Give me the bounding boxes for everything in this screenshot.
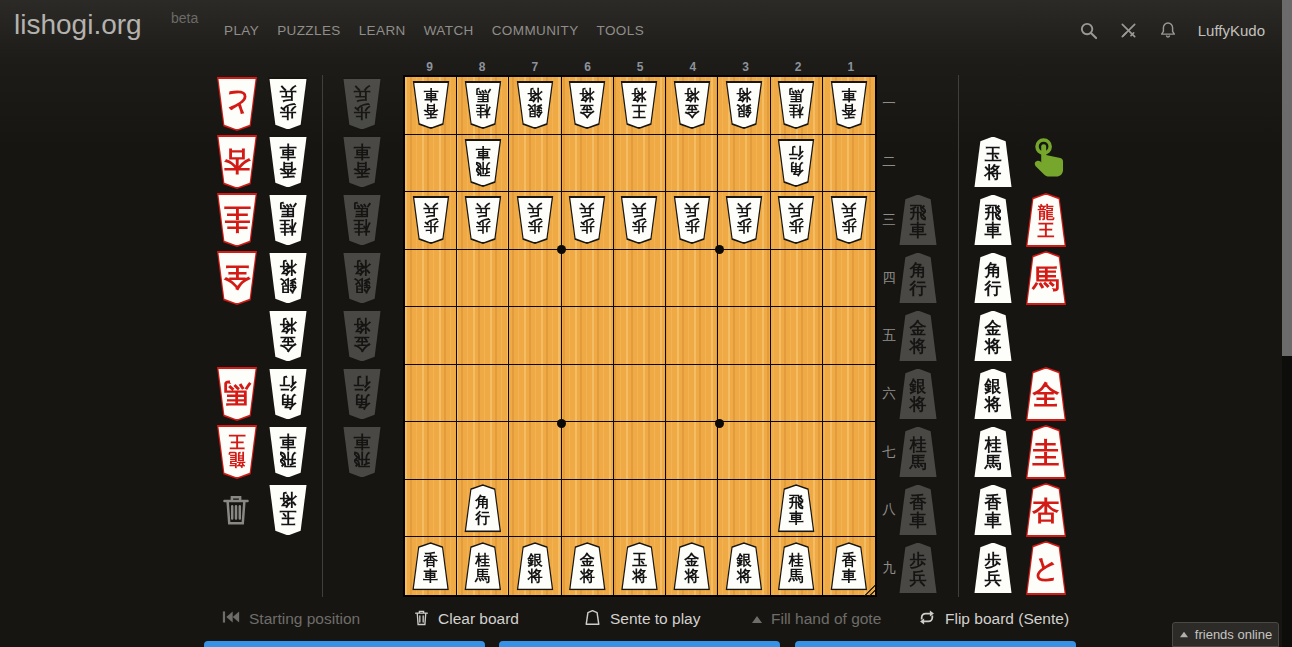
sq-1-1[interactable]: 香車 <box>823 77 875 135</box>
site-logo[interactable]: lishogi.org <box>14 9 142 41</box>
hand-sente-knight[interactable]: 桂馬 <box>896 425 940 479</box>
gote-pawn[interactable]: 歩兵 <box>619 196 659 244</box>
hand-gote-rook-piece[interactable]: 飛車 <box>340 425 384 479</box>
gote-pawn[interactable]: 歩兵 <box>567 196 607 244</box>
gote-pawn[interactable]: 歩兵 <box>672 196 712 244</box>
scrollbar-thumb[interactable] <box>1282 0 1292 356</box>
hand-gote-lance[interactable]: 香車 <box>340 135 384 189</box>
bottom-link-2[interactable] <box>499 641 780 647</box>
sq-5-9[interactable]: 玉将 <box>614 537 666 595</box>
hoshi-dot <box>557 419 566 428</box>
sente-silver[interactable]: 銀将 <box>724 542 764 590</box>
sq-4-1[interactable]: 金将 <box>666 77 718 135</box>
sq-1-7[interactable] <box>823 422 875 480</box>
sente-silver[interactable]: 銀将 <box>515 542 555 590</box>
friends-online-toggle[interactable]: friends online <box>1172 622 1279 647</box>
username[interactable]: LuffyKudo <box>1198 22 1265 39</box>
sq-7-7[interactable] <box>509 422 561 480</box>
sq-9-9[interactable]: 香車 <box>405 537 457 595</box>
gote-gold[interactable]: 金将 <box>672 81 712 129</box>
flip-board-button[interactable]: Flip board (Sente) <box>918 604 1069 634</box>
sq-4-4[interactable] <box>666 250 718 308</box>
sq-9-5[interactable] <box>405 307 457 365</box>
sq-3-5[interactable] <box>718 307 770 365</box>
nav-tools[interactable]: TOOLS <box>597 23 645 38</box>
sq-4-6[interactable] <box>666 365 718 423</box>
board-editor-page: lishogi.org beta PLAYPUZZLESLEARNWATCHCO… <box>0 0 1292 647</box>
sq-8-6[interactable] <box>457 365 509 423</box>
hand-gote-lance-piece[interactable]: 香車 <box>340 135 384 189</box>
hand-sente-lance-piece[interactable]: 香車 <box>896 483 940 537</box>
gote-pawn[interactable]: 歩兵 <box>829 196 869 244</box>
sq-8-7[interactable] <box>457 422 509 480</box>
gote-lance[interactable]: 香車 <box>411 81 451 129</box>
sente-lance[interactable]: 香車 <box>829 542 869 590</box>
hoshi-dot <box>557 245 566 254</box>
hand-cursor-icon[interactable] <box>1026 137 1070 185</box>
spare-sente-horse[interactable]: 馬 <box>1024 251 1068 305</box>
sq-6-1[interactable]: 金将 <box>562 77 614 135</box>
sq-6-9[interactable]: 金将 <box>562 537 614 595</box>
spare-sente-pawn[interactable]: 歩兵 <box>971 541 1015 595</box>
sq-3-9[interactable]: 銀将 <box>718 537 770 595</box>
hand-gote-rook[interactable]: 飛車 <box>340 425 384 479</box>
file-label-9: 9 <box>403 60 456 74</box>
spare-sente-lance[interactable]: 香車 <box>971 483 1015 537</box>
gote-silver[interactable]: 銀将 <box>515 81 555 129</box>
sq-2-4[interactable] <box>771 250 823 308</box>
sq-5-4[interactable] <box>614 250 666 308</box>
sq-7-1[interactable]: 銀将 <box>509 77 561 135</box>
file-label-1: 1 <box>824 60 877 74</box>
triangle-up-icon <box>752 616 762 623</box>
sente-king[interactable]: 玉将 <box>619 542 659 590</box>
sq-3-2[interactable] <box>718 135 770 193</box>
sq-8-4[interactable] <box>457 250 509 308</box>
sq-6-4[interactable] <box>562 250 614 308</box>
spare-gote-silver[interactable]: 銀将 <box>266 251 310 305</box>
sente-lance[interactable]: 香車 <box>411 542 451 590</box>
spare-gote-knight[interactable]: 桂馬 <box>266 193 310 247</box>
sq-8-5[interactable] <box>457 307 509 365</box>
sq-5-2[interactable] <box>614 135 666 193</box>
delete-piece-trash-icon[interactable] <box>221 493 251 530</box>
piece-outline-icon <box>584 609 601 630</box>
sq-2-3[interactable]: 歩兵 <box>771 192 823 250</box>
sq-4-9[interactable]: 金将 <box>666 537 718 595</box>
right-palette-divider <box>958 75 959 597</box>
sente-gold[interactable]: 金将 <box>567 542 607 590</box>
sq-3-6[interactable] <box>718 365 770 423</box>
hand-sente-rook-piece[interactable]: 飛車 <box>896 193 940 247</box>
sq-5-5[interactable] <box>614 307 666 365</box>
gote-knight[interactable]: 桂馬 <box>776 81 816 129</box>
sq-6-3[interactable]: 歩兵 <box>562 192 614 250</box>
hand-sente-pawn-piece[interactable]: 歩兵 <box>896 541 940 595</box>
sq-1-2[interactable] <box>823 135 875 193</box>
sq-3-1[interactable]: 銀将 <box>718 77 770 135</box>
sq-3-4[interactable] <box>718 250 770 308</box>
spare-gote-pawn[interactable]: 歩兵 <box>266 77 310 131</box>
sq-9-8[interactable] <box>405 480 457 538</box>
hand-gote-pawn[interactable]: 歩兵 <box>340 77 384 131</box>
sq-1-3[interactable]: 歩兵 <box>823 192 875 250</box>
file-label-4: 4 <box>666 60 719 74</box>
sq-2-2[interactable]: 角行 <box>771 135 823 193</box>
left-palette-divider <box>322 75 323 597</box>
search-icon[interactable] <box>1079 21 1098 40</box>
spare-gote-promoted-knight[interactable]: 圭 <box>215 193 259 247</box>
spare-gote-tokin[interactable]: と <box>215 77 259 131</box>
file-label-6: 6 <box>561 60 614 74</box>
sq-9-4[interactable] <box>405 250 457 308</box>
spare-gote-promoted-silver[interactable]: 全 <box>215 251 259 305</box>
sq-3-3[interactable]: 歩兵 <box>718 192 770 250</box>
sq-9-6[interactable] <box>405 365 457 423</box>
sente-knight[interactable]: 桂馬 <box>776 542 816 590</box>
spare-sente-bishop[interactable]: 角行 <box>971 251 1015 305</box>
sq-2-7[interactable] <box>771 422 823 480</box>
sq-4-2[interactable] <box>666 135 718 193</box>
spare-sente-silver[interactable]: 銀将 <box>971 367 1015 421</box>
gote-pawn[interactable]: 歩兵 <box>776 196 816 244</box>
spare-gote-horse[interactable]: 馬 <box>215 367 259 421</box>
hand-sente-bishop[interactable]: 角行 <box>896 251 940 305</box>
sq-2-9[interactable]: 桂馬 <box>771 537 823 595</box>
hand-gote-silver-piece[interactable]: 銀将 <box>340 251 384 305</box>
sq-7-4[interactable] <box>509 250 561 308</box>
sq-7-2[interactable] <box>509 135 561 193</box>
header-right: LuffyKudo <box>1079 0 1265 60</box>
main-nav: PLAYPUZZLESLEARNWATCHCOMMUNITYTOOLS <box>224 0 644 60</box>
hand-gote-bishop[interactable]: 角行 <box>340 367 384 421</box>
hoshi-dot <box>715 419 724 428</box>
gote-silver[interactable]: 銀将 <box>724 81 764 129</box>
sq-8-3[interactable]: 歩兵 <box>457 192 509 250</box>
flip-icon <box>918 609 936 630</box>
nav-play[interactable]: PLAY <box>224 23 259 38</box>
hand-gote-gold-piece[interactable]: 金将 <box>340 309 384 363</box>
hand-sente-silver[interactable]: 銀将 <box>896 367 940 421</box>
sq-1-4[interactable] <box>823 250 875 308</box>
spare-sente-knight[interactable]: 桂馬 <box>971 425 1015 479</box>
sq-5-3[interactable]: 歩兵 <box>614 192 666 250</box>
hand-sente-lance[interactable]: 香車 <box>896 483 940 537</box>
gote-pawn[interactable]: 歩兵 <box>463 196 503 244</box>
sq-1-8[interactable] <box>823 480 875 538</box>
file-label-5: 5 <box>614 60 667 74</box>
sq-6-7[interactable] <box>562 422 614 480</box>
side-to-play-button[interactable]: Sente to play <box>584 604 700 634</box>
gote-knight[interactable]: 桂馬 <box>463 81 503 129</box>
spare-gote-lance[interactable]: 香車 <box>266 135 310 189</box>
starting-position-button[interactable]: Starting position <box>222 604 360 634</box>
gote-lance[interactable]: 香車 <box>829 81 869 129</box>
file-label-8: 8 <box>456 60 509 74</box>
sq-7-5[interactable] <box>509 307 561 365</box>
hand-sente-knight-piece[interactable]: 桂馬 <box>896 425 940 479</box>
sq-5-7[interactable] <box>614 422 666 480</box>
gote-gold[interactable]: 金将 <box>567 81 607 129</box>
hand-sente-silver-piece[interactable]: 銀将 <box>896 367 940 421</box>
rank-label-2: 二 <box>879 133 899 191</box>
sq-4-8[interactable] <box>666 480 718 538</box>
sente-gold[interactable]: 金将 <box>672 542 712 590</box>
sente-bishop[interactable]: 角行 <box>463 484 503 532</box>
sq-8-9[interactable]: 桂馬 <box>457 537 509 595</box>
sq-9-7[interactable] <box>405 422 457 480</box>
file-label-3: 3 <box>719 60 772 74</box>
nav-watch[interactable]: WATCH <box>424 23 474 38</box>
crossed-swords-icon[interactable] <box>1119 21 1138 40</box>
hand-gote-pawn-piece[interactable]: 歩兵 <box>340 77 384 131</box>
hand-sente-pawn[interactable]: 歩兵 <box>896 541 940 595</box>
gote-pawn[interactable]: 歩兵 <box>724 196 764 244</box>
hand-sente-rook[interactable]: 飛車 <box>896 193 940 247</box>
sq-2-1[interactable]: 桂馬 <box>771 77 823 135</box>
sq-5-8[interactable] <box>614 480 666 538</box>
spare-gote-rook[interactable]: 飛車 <box>266 425 310 479</box>
sq-3-8[interactable] <box>718 480 770 538</box>
sq-1-5[interactable] <box>823 307 875 365</box>
sq-6-2[interactable] <box>562 135 614 193</box>
spare-sente-rook[interactable]: 飛車 <box>971 193 1015 247</box>
sq-4-5[interactable] <box>666 307 718 365</box>
spare-sente-gold[interactable]: 金将 <box>971 309 1015 363</box>
spare-sente-king[interactable]: 玉将 <box>971 135 1015 189</box>
spare-gote-dragon[interactable]: 龍王 <box>215 425 259 479</box>
file-label-7: 7 <box>508 60 561 74</box>
sq-4-7[interactable] <box>666 422 718 480</box>
sq-5-1[interactable]: 王将 <box>614 77 666 135</box>
hand-gote-bishop-piece[interactable]: 角行 <box>340 367 384 421</box>
gote-king[interactable]: 王将 <box>619 81 659 129</box>
gote-bishop[interactable]: 角行 <box>776 139 816 187</box>
sq-8-8[interactable]: 角行 <box>457 480 509 538</box>
bottom-link-1[interactable] <box>204 641 485 647</box>
file-label-2: 2 <box>772 60 825 74</box>
hand-sente-bishop-piece[interactable]: 角行 <box>896 251 940 305</box>
sente-knight[interactable]: 桂馬 <box>463 542 503 590</box>
sq-8-1[interactable]: 桂馬 <box>457 77 509 135</box>
sq-2-5[interactable] <box>771 307 823 365</box>
hoshi-dot <box>715 245 724 254</box>
sq-2-8[interactable]: 飛車 <box>771 480 823 538</box>
spare-gote-bishop[interactable]: 角行 <box>266 367 310 421</box>
nav-community[interactable]: COMMUNITY <box>492 23 579 38</box>
gote-pawn[interactable]: 歩兵 <box>411 196 451 244</box>
hand-gote-silver[interactable]: 銀将 <box>340 251 384 305</box>
sq-9-1[interactable]: 香車 <box>405 77 457 135</box>
hand-gote-knight[interactable]: 桂馬 <box>340 193 384 247</box>
spare-gote-promoted-lance[interactable]: 杏 <box>215 135 259 189</box>
hand-gote-knight-piece[interactable]: 桂馬 <box>340 193 384 247</box>
notifications-bell-icon[interactable] <box>1159 21 1177 39</box>
bottom-link-3[interactable] <box>795 641 1076 647</box>
rewind-icon <box>222 610 240 628</box>
hand-sente-gold[interactable]: 金将 <box>896 309 940 363</box>
sq-7-3[interactable]: 歩兵 <box>509 192 561 250</box>
spare-gote-king[interactable]: 玉将 <box>266 483 310 537</box>
sq-6-8[interactable] <box>562 480 614 538</box>
sq-1-6[interactable] <box>823 365 875 423</box>
spare-sente-promoted-lance[interactable]: 杏 <box>1024 483 1068 537</box>
beta-badge: beta <box>171 10 198 26</box>
nav-learn[interactable]: LEARN <box>359 23 406 38</box>
sq-9-3[interactable]: 歩兵 <box>405 192 457 250</box>
sq-5-6[interactable] <box>614 365 666 423</box>
triangle-up-icon <box>1180 632 1188 638</box>
sq-1-9[interactable]: 香車 <box>823 537 875 595</box>
spare-sente-promoted-knight[interactable]: 圭 <box>1024 425 1068 479</box>
sq-7-6[interactable] <box>509 365 561 423</box>
spare-sente-promoted-silver[interactable]: 全 <box>1024 367 1068 421</box>
sq-6-5[interactable] <box>562 307 614 365</box>
hand-gote-gold[interactable]: 金将 <box>340 309 384 363</box>
sq-6-6[interactable] <box>562 365 614 423</box>
spare-gote-gold[interactable]: 金将 <box>266 309 310 363</box>
nav-puzzles[interactable]: PUZZLES <box>277 23 341 38</box>
clear-board-button[interactable]: Clear board <box>414 604 519 634</box>
fill-hand-button[interactable]: Fill hand of gote <box>752 604 881 634</box>
sq-3-7[interactable] <box>718 422 770 480</box>
sq-4-3[interactable]: 歩兵 <box>666 192 718 250</box>
gote-rook[interactable]: 飛車 <box>463 139 503 187</box>
hand-sente-gold-piece[interactable]: 金将 <box>896 309 940 363</box>
gote-pawn[interactable]: 歩兵 <box>515 196 555 244</box>
sq-2-6[interactable] <box>771 365 823 423</box>
sente-rook[interactable]: 飛車 <box>776 484 816 532</box>
sq-7-9[interactable]: 銀将 <box>509 537 561 595</box>
spare-sente-dragon[interactable]: 龍王 <box>1024 193 1068 247</box>
sq-9-2[interactable] <box>405 135 457 193</box>
trash-icon <box>414 609 429 630</box>
spare-sente-tokin[interactable]: と <box>1024 541 1068 595</box>
shogi-board: 香車桂馬銀将金将王将金将銀将桂馬香車飛車角行歩兵歩兵歩兵歩兵歩兵歩兵歩兵歩兵歩兵… <box>403 75 877 597</box>
rank-label-1: 一 <box>879 75 899 133</box>
sq-8-2[interactable]: 飛車 <box>457 135 509 193</box>
sq-7-8[interactable] <box>509 480 561 538</box>
